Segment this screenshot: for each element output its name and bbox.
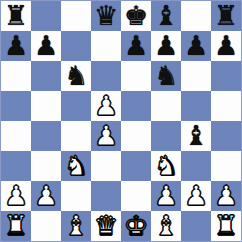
square-c1[interactable]: ♝ xyxy=(61,211,91,241)
square-a5[interactable] xyxy=(1,91,31,121)
square-b7[interactable]: ♟ xyxy=(31,31,61,61)
piece-black-rook: ♜ xyxy=(4,1,28,31)
square-c5[interactable] xyxy=(61,91,91,121)
piece-white-rook: ♜ xyxy=(4,211,28,241)
square-a6[interactable] xyxy=(1,61,31,91)
piece-black-pawn: ♟ xyxy=(214,31,238,61)
square-a4[interactable] xyxy=(1,121,31,151)
piece-white-pawn: ♟ xyxy=(34,181,58,211)
square-a8[interactable]: ♜ xyxy=(1,1,31,31)
square-c3[interactable]: ♞ xyxy=(61,151,91,181)
square-f6[interactable]: ♞ xyxy=(151,61,181,91)
square-d6[interactable] xyxy=(91,61,121,91)
square-g1[interactable] xyxy=(181,211,211,241)
square-h4[interactable] xyxy=(211,121,241,151)
piece-black-bishop: ♝ xyxy=(184,121,208,151)
square-d1[interactable]: ♛ xyxy=(91,211,121,241)
square-d8[interactable]: ♛ xyxy=(91,1,121,31)
piece-black-queen: ♛ xyxy=(94,1,118,31)
square-h3[interactable] xyxy=(211,151,241,181)
square-g6[interactable] xyxy=(181,61,211,91)
piece-white-rook: ♜ xyxy=(214,211,238,241)
square-e8[interactable]: ♚ xyxy=(121,1,151,31)
square-f3[interactable]: ♞ xyxy=(151,151,181,181)
piece-white-pawn: ♟ xyxy=(214,181,238,211)
piece-white-pawn: ♟ xyxy=(94,91,118,121)
square-d4[interactable]: ♟ xyxy=(91,121,121,151)
square-c8[interactable] xyxy=(61,1,91,31)
square-g8[interactable] xyxy=(181,1,211,31)
square-b5[interactable] xyxy=(31,91,61,121)
piece-white-king: ♚ xyxy=(124,211,148,241)
piece-black-knight: ♞ xyxy=(154,61,178,91)
square-h2[interactable]: ♟ xyxy=(211,181,241,211)
square-b1[interactable] xyxy=(31,211,61,241)
square-f5[interactable] xyxy=(151,91,181,121)
square-c6[interactable]: ♞ xyxy=(61,61,91,91)
piece-white-knight: ♞ xyxy=(64,151,88,181)
square-b8[interactable] xyxy=(31,1,61,31)
square-e5[interactable] xyxy=(121,91,151,121)
square-e4[interactable] xyxy=(121,121,151,151)
square-g7[interactable]: ♟ xyxy=(181,31,211,61)
square-e2[interactable] xyxy=(121,181,151,211)
square-e1[interactable]: ♚ xyxy=(121,211,151,241)
piece-white-pawn: ♟ xyxy=(154,181,178,211)
square-e6[interactable] xyxy=(121,61,151,91)
square-e3[interactable] xyxy=(121,151,151,181)
chess-board: ♜♛♚♝♜♟♟♟♟♟♟♞♞♟♟♝♞♞♟♟♟♟♟♜♝♛♚♝♜ xyxy=(0,0,242,242)
square-h5[interactable] xyxy=(211,91,241,121)
piece-white-bishop: ♝ xyxy=(64,211,88,241)
piece-black-pawn: ♟ xyxy=(184,31,208,61)
piece-black-bishop: ♝ xyxy=(154,1,178,31)
piece-white-knight: ♞ xyxy=(154,151,178,181)
square-c7[interactable] xyxy=(61,31,91,61)
square-f7[interactable]: ♟ xyxy=(151,31,181,61)
square-b2[interactable]: ♟ xyxy=(31,181,61,211)
square-f1[interactable]: ♝ xyxy=(151,211,181,241)
square-c2[interactable] xyxy=(61,181,91,211)
piece-black-knight: ♞ xyxy=(64,61,88,91)
square-d5[interactable]: ♟ xyxy=(91,91,121,121)
piece-black-pawn: ♟ xyxy=(4,31,28,61)
piece-white-queen: ♛ xyxy=(94,211,118,241)
square-h6[interactable] xyxy=(211,61,241,91)
square-d2[interactable] xyxy=(91,181,121,211)
square-d3[interactable] xyxy=(91,151,121,181)
piece-black-pawn: ♟ xyxy=(154,31,178,61)
square-b3[interactable] xyxy=(31,151,61,181)
square-b4[interactable] xyxy=(31,121,61,151)
piece-white-pawn: ♟ xyxy=(184,181,208,211)
square-a7[interactable]: ♟ xyxy=(1,31,31,61)
piece-black-pawn: ♟ xyxy=(34,31,58,61)
square-f2[interactable]: ♟ xyxy=(151,181,181,211)
square-g5[interactable] xyxy=(181,91,211,121)
square-f4[interactable] xyxy=(151,121,181,151)
piece-black-king: ♚ xyxy=(124,1,148,31)
square-f8[interactable]: ♝ xyxy=(151,1,181,31)
square-h1[interactable]: ♜ xyxy=(211,211,241,241)
square-g2[interactable]: ♟ xyxy=(181,181,211,211)
piece-white-bishop: ♝ xyxy=(154,211,178,241)
piece-white-pawn: ♟ xyxy=(4,181,28,211)
square-a3[interactable] xyxy=(1,151,31,181)
square-g3[interactable] xyxy=(181,151,211,181)
square-c4[interactable] xyxy=(61,121,91,151)
piece-white-pawn: ♟ xyxy=(94,121,118,151)
square-e7[interactable]: ♟ xyxy=(121,31,151,61)
square-h7[interactable]: ♟ xyxy=(211,31,241,61)
piece-black-rook: ♜ xyxy=(214,1,238,31)
square-h8[interactable]: ♜ xyxy=(211,1,241,31)
square-g4[interactable]: ♝ xyxy=(181,121,211,151)
square-a2[interactable]: ♟ xyxy=(1,181,31,211)
square-d7[interactable] xyxy=(91,31,121,61)
piece-black-pawn: ♟ xyxy=(124,31,148,61)
square-a1[interactable]: ♜ xyxy=(1,211,31,241)
square-b6[interactable] xyxy=(31,61,61,91)
